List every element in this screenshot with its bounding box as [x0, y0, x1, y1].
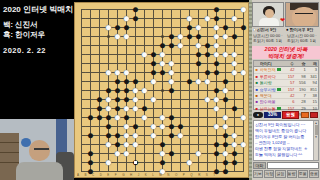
board-intersection[interactable]	[185, 50, 194, 59]
board-intersection[interactable]: ●	[212, 5, 221, 14]
board-intersection[interactable]	[149, 149, 158, 158]
board-intersection[interactable]: ●	[104, 95, 113, 104]
board-intersection[interactable]	[149, 104, 158, 113]
board-intersection[interactable]: ●	[221, 122, 230, 131]
board-intersection[interactable]: ●	[194, 50, 203, 59]
board-intersection[interactable]: ●	[230, 131, 239, 140]
board-intersection[interactable]	[176, 14, 185, 23]
cheer-button[interactable]: 응원	[282, 111, 299, 119]
board-intersection[interactable]	[149, 113, 158, 122]
board-intersection[interactable]	[239, 122, 248, 131]
board-intersection[interactable]: ●	[158, 113, 167, 122]
board-intersection[interactable]	[95, 131, 104, 140]
board-intersection[interactable]: ●	[104, 23, 113, 32]
board-intersection[interactable]	[239, 41, 248, 50]
board-intersection[interactable]	[194, 95, 203, 104]
board-intersection[interactable]: ●	[176, 122, 185, 131]
board-intersection[interactable]: ●	[167, 122, 176, 131]
board-intersection[interactable]	[113, 158, 122, 167]
board-intersection[interactable]	[131, 32, 140, 41]
board-intersection[interactable]: ●	[221, 158, 230, 167]
board-intersection[interactable]: ●	[158, 140, 167, 149]
board-intersection[interactable]: ●	[212, 14, 221, 23]
board-intersection[interactable]	[185, 104, 194, 113]
board-intersection[interactable]	[95, 41, 104, 50]
board-intersection[interactable]: ●	[131, 140, 140, 149]
board-intersection[interactable]	[113, 14, 122, 23]
board-intersection[interactable]: ●	[212, 104, 221, 113]
board-intersection[interactable]	[185, 122, 194, 131]
board-intersection[interactable]	[77, 5, 86, 14]
board-intersection[interactable]	[158, 32, 167, 41]
board-intersection[interactable]: ●	[230, 149, 239, 158]
board-intersection[interactable]	[95, 14, 104, 23]
board-intersection[interactable]	[104, 14, 113, 23]
board-intersection[interactable]	[77, 68, 86, 77]
board-intersection[interactable]	[194, 113, 203, 122]
board-intersection[interactable]: ●	[221, 86, 230, 95]
board-intersection[interactable]	[239, 32, 248, 41]
board-intersection[interactable]: ●	[194, 77, 203, 86]
board-intersection[interactable]	[131, 113, 140, 122]
board-intersection[interactable]	[167, 158, 176, 167]
board-intersection[interactable]	[104, 149, 113, 158]
board-intersection[interactable]	[140, 149, 149, 158]
board-intersection[interactable]: ●	[221, 95, 230, 104]
board-intersection[interactable]: ●	[185, 23, 194, 32]
board-intersection[interactable]: ●	[149, 95, 158, 104]
board-intersection[interactable]: ●	[131, 5, 140, 14]
board-intersection[interactable]: ●	[203, 68, 212, 77]
board-intersection[interactable]	[131, 68, 140, 77]
toolbar-button-저장[interactable]: 저장	[264, 170, 274, 178]
board-intersection[interactable]	[185, 59, 194, 68]
board-intersection[interactable]	[104, 5, 113, 14]
board-intersection[interactable]: ●	[221, 77, 230, 86]
board-intersection[interactable]	[149, 32, 158, 41]
board-intersection[interactable]	[86, 50, 95, 59]
board-intersection[interactable]: ●	[194, 41, 203, 50]
board-intersection[interactable]: ●	[212, 149, 221, 158]
board-intersection[interactable]	[149, 140, 158, 149]
board-intersection[interactable]	[131, 41, 140, 50]
board-intersection[interactable]: ●	[149, 59, 158, 68]
board-intersection[interactable]	[86, 95, 95, 104]
board-intersection[interactable]	[140, 5, 149, 14]
board-intersection[interactable]: ●	[203, 50, 212, 59]
board-intersection[interactable]: ●	[212, 50, 221, 59]
toolbar-button-기보[interactable]: 기보	[253, 170, 263, 178]
board-intersection[interactable]	[140, 41, 149, 50]
board-intersection[interactable]	[158, 104, 167, 113]
board-intersection[interactable]: ●	[122, 113, 131, 122]
board-intersection[interactable]: ●	[230, 32, 239, 41]
board-intersection[interactable]: ●	[167, 131, 176, 140]
board-intersection[interactable]	[230, 41, 239, 50]
board-intersection[interactable]: ●	[230, 14, 239, 23]
board-intersection[interactable]: ●	[113, 140, 122, 149]
board-intersection[interactable]: ●	[122, 14, 131, 23]
board-intersection[interactable]: ●	[86, 149, 95, 158]
board-intersection[interactable]	[212, 158, 221, 167]
board-intersection[interactable]: ●	[176, 41, 185, 50]
chat-input[interactable]	[267, 162, 319, 169]
board-intersection[interactable]	[194, 122, 203, 131]
board-intersection[interactable]: ●	[221, 113, 230, 122]
board-intersection[interactable]	[203, 5, 212, 14]
board-intersection[interactable]: ●	[230, 104, 239, 113]
board-intersection[interactable]: ●	[131, 95, 140, 104]
board-intersection[interactable]	[239, 131, 248, 140]
board-intersection[interactable]	[140, 140, 149, 149]
board-intersection[interactable]: ●	[239, 5, 248, 14]
board-intersection[interactable]	[185, 140, 194, 149]
mini-button-red[interactable]	[310, 112, 318, 118]
board-intersection[interactable]	[77, 23, 86, 32]
board-intersection[interactable]	[185, 131, 194, 140]
board-intersection[interactable]	[95, 122, 104, 131]
board-intersection[interactable]: ●	[239, 140, 248, 149]
board-intersection[interactable]	[77, 50, 86, 59]
board-intersection[interactable]	[77, 59, 86, 68]
board-intersection[interactable]: ●	[122, 86, 131, 95]
board-intersection[interactable]	[212, 113, 221, 122]
board-intersection[interactable]	[239, 86, 248, 95]
board-intersection[interactable]	[77, 113, 86, 122]
board-intersection[interactable]	[194, 104, 203, 113]
board-intersection[interactable]	[194, 158, 203, 167]
board-intersection[interactable]	[77, 158, 86, 167]
board-intersection[interactable]	[158, 131, 167, 140]
board-intersection[interactable]: ●	[113, 77, 122, 86]
board-intersection[interactable]: ●	[104, 86, 113, 95]
board-intersection[interactable]: ●	[104, 113, 113, 122]
toolbar-button-도움[interactable]: 도움	[298, 170, 308, 178]
board-intersection[interactable]	[167, 95, 176, 104]
board-intersection[interactable]	[239, 149, 248, 158]
board-intersection[interactable]	[104, 59, 113, 68]
board-intersection[interactable]: ●	[185, 14, 194, 23]
toolbar-button-종료[interactable]: 종료	[309, 170, 319, 178]
board-intersection[interactable]: ●	[221, 140, 230, 149]
board-intersection[interactable]	[104, 41, 113, 50]
board-intersection[interactable]	[203, 86, 212, 95]
board-intersection[interactable]: ●	[230, 59, 239, 68]
board-intersection[interactable]: ●	[167, 41, 176, 50]
board-intersection[interactable]	[212, 77, 221, 86]
board-intersection[interactable]	[203, 113, 212, 122]
board-intersection[interactable]	[104, 32, 113, 41]
board-intersection[interactable]	[194, 14, 203, 23]
board-intersection[interactable]	[221, 104, 230, 113]
board-intersection[interactable]	[167, 50, 176, 59]
board-intersection[interactable]	[176, 77, 185, 86]
board-intersection[interactable]	[122, 5, 131, 14]
board-intersection[interactable]: ●	[86, 131, 95, 140]
board-intersection[interactable]: ●	[212, 140, 221, 149]
board-intersection[interactable]: ●	[122, 68, 131, 77]
board-intersection[interactable]	[86, 32, 95, 41]
board-intersection[interactable]	[95, 149, 104, 158]
board-intersection[interactable]: ●	[230, 50, 239, 59]
board-intersection[interactable]	[104, 77, 113, 86]
board-intersection[interactable]	[86, 14, 95, 23]
board-intersection[interactable]: ●	[140, 104, 149, 113]
board-intersection[interactable]	[203, 104, 212, 113]
board-intersection[interactable]: ●	[212, 86, 221, 95]
board-intersection[interactable]	[185, 41, 194, 50]
board-intersection[interactable]	[131, 23, 140, 32]
board-intersection[interactable]	[230, 23, 239, 32]
board-intersection[interactable]: ●	[104, 122, 113, 131]
board-intersection[interactable]: ●	[239, 113, 248, 122]
board-intersection[interactable]: ●	[230, 140, 239, 149]
board-intersection[interactable]: ●	[86, 113, 95, 122]
board-intersection[interactable]	[122, 59, 131, 68]
board-intersection[interactable]: ●	[230, 158, 239, 167]
board-intersection[interactable]: ●	[221, 23, 230, 32]
board-intersection[interactable]	[140, 59, 149, 68]
board-intersection[interactable]: ●	[104, 68, 113, 77]
board-intersection[interactable]	[86, 23, 95, 32]
board-intersection[interactable]: ●	[167, 77, 176, 86]
board-intersection[interactable]	[176, 5, 185, 14]
board-intersection[interactable]	[113, 5, 122, 14]
board-intersection[interactable]	[185, 5, 194, 14]
board-intersection[interactable]: ●	[122, 104, 131, 113]
board-intersection[interactable]	[86, 59, 95, 68]
board-intersection[interactable]	[77, 122, 86, 131]
board-intersection[interactable]	[86, 104, 95, 113]
board-intersection[interactable]	[149, 41, 158, 50]
board-intersection[interactable]: ●	[131, 158, 140, 167]
board-intersection[interactable]	[203, 131, 212, 140]
board-intersection[interactable]: ●	[113, 113, 122, 122]
board-intersection[interactable]	[77, 32, 86, 41]
board-intersection[interactable]: ●	[239, 23, 248, 32]
board-intersection[interactable]	[95, 50, 104, 59]
board-intersection[interactable]: ●	[185, 158, 194, 167]
board-intersection[interactable]: ●	[131, 86, 140, 95]
board-intersection[interactable]	[77, 95, 86, 104]
board-intersection[interactable]: ●	[131, 14, 140, 23]
board-intersection[interactable]	[122, 158, 131, 167]
board-intersection[interactable]	[95, 86, 104, 95]
board-intersection[interactable]: ●	[158, 59, 167, 68]
board-intersection[interactable]: ●	[104, 158, 113, 167]
scroll-down-arrow[interactable]: ▼	[314, 135, 318, 139]
board-intersection[interactable]: ●	[212, 23, 221, 32]
board-intersection[interactable]	[230, 113, 239, 122]
board-intersection[interactable]	[149, 158, 158, 167]
board-intersection[interactable]	[140, 32, 149, 41]
board-intersection[interactable]	[194, 5, 203, 14]
board-intersection[interactable]	[176, 50, 185, 59]
board-intersection[interactable]	[131, 50, 140, 59]
board-intersection[interactable]: ●	[221, 32, 230, 41]
board-intersection[interactable]: ●	[239, 68, 248, 77]
chat-scrollbar[interactable]: ▲ ▼	[313, 121, 318, 160]
board-intersection[interactable]: ●	[185, 32, 194, 41]
board-intersection[interactable]	[95, 158, 104, 167]
board-intersection[interactable]	[113, 41, 122, 50]
board-intersection[interactable]	[221, 14, 230, 23]
board-intersection[interactable]: ●	[122, 77, 131, 86]
board-intersection[interactable]	[140, 122, 149, 131]
event-banner[interactable]: 2020 인터넷 바둑 빅매치 생중계!	[252, 46, 320, 59]
board-intersection[interactable]: ●	[212, 68, 221, 77]
board-intersection[interactable]	[230, 95, 239, 104]
board-intersection[interactable]	[203, 149, 212, 158]
board-intersection[interactable]: ●	[149, 50, 158, 59]
board-intersection[interactable]: ●	[122, 32, 131, 41]
board-intersection[interactable]	[239, 77, 248, 86]
board-intersection[interactable]	[239, 14, 248, 23]
board-intersection[interactable]: ●	[113, 149, 122, 158]
board-intersection[interactable]: ●	[113, 23, 122, 32]
board-intersection[interactable]: ●	[203, 77, 212, 86]
board-intersection[interactable]	[113, 50, 122, 59]
board-intersection[interactable]: ●	[122, 140, 131, 149]
board-intersection[interactable]	[140, 131, 149, 140]
board-intersection[interactable]	[194, 131, 203, 140]
board-intersection[interactable]	[185, 86, 194, 95]
board-intersection[interactable]	[203, 140, 212, 149]
board-intersection[interactable]	[140, 77, 149, 86]
board-intersection[interactable]	[113, 122, 122, 131]
board-intersection[interactable]	[77, 104, 86, 113]
board-intersection[interactable]	[167, 104, 176, 113]
board-intersection[interactable]	[149, 14, 158, 23]
board-intersection[interactable]	[77, 41, 86, 50]
board-intersection[interactable]: ●	[131, 77, 140, 86]
board-intersection[interactable]	[86, 140, 95, 149]
board-intersection[interactable]	[77, 77, 86, 86]
board-intersection[interactable]: ●	[95, 113, 104, 122]
board-intersection[interactable]	[176, 86, 185, 95]
board-intersection[interactable]: ●	[194, 23, 203, 32]
board-intersection[interactable]: ●	[149, 131, 158, 140]
board-intersection[interactable]	[140, 14, 149, 23]
board-intersection[interactable]	[122, 50, 131, 59]
board-intersection[interactable]: ●	[167, 113, 176, 122]
board-intersection[interactable]: ●	[104, 140, 113, 149]
board-intersection[interactable]	[194, 68, 203, 77]
board-intersection[interactable]	[86, 122, 95, 131]
board-intersection[interactable]: ●	[212, 41, 221, 50]
board-intersection[interactable]: ●	[122, 131, 131, 140]
scroll-up-arrow[interactable]: ▲	[314, 121, 318, 125]
board-intersection[interactable]: ●	[158, 68, 167, 77]
board-intersection[interactable]	[95, 140, 104, 149]
board-intersection[interactable]: ●	[113, 86, 122, 95]
board-intersection[interactable]	[77, 140, 86, 149]
board-intersection[interactable]: ●	[122, 122, 131, 131]
board-intersection[interactable]	[185, 95, 194, 104]
board-intersection[interactable]: ●	[158, 158, 167, 167]
board-intersection[interactable]: ●	[86, 158, 95, 167]
board-intersection[interactable]	[239, 59, 248, 68]
board-intersection[interactable]	[176, 59, 185, 68]
board-intersection[interactable]	[77, 14, 86, 23]
board-intersection[interactable]	[194, 86, 203, 95]
board-intersection[interactable]: ●	[149, 77, 158, 86]
board-intersection[interactable]	[158, 14, 167, 23]
board-intersection[interactable]: ●	[149, 122, 158, 131]
board-intersection[interactable]	[185, 149, 194, 158]
board-intersection[interactable]	[167, 5, 176, 14]
board-intersection[interactable]	[239, 95, 248, 104]
board-intersection[interactable]: ●	[230, 68, 239, 77]
board-intersection[interactable]	[176, 158, 185, 167]
board-intersection[interactable]: ●	[113, 131, 122, 140]
board-intersection[interactable]	[86, 77, 95, 86]
board-intersection[interactable]	[95, 32, 104, 41]
board-intersection[interactable]	[113, 59, 122, 68]
board-intersection[interactable]	[230, 86, 239, 95]
board-intersection[interactable]	[167, 23, 176, 32]
board-intersection[interactable]: ●	[104, 104, 113, 113]
board-intersection[interactable]: ●	[176, 131, 185, 140]
board-intersection[interactable]: ●	[113, 32, 122, 41]
board-intersection[interactable]	[221, 68, 230, 77]
chat-area[interactable]: 신진서 9단 화이팅입니다 ~~백이 두텁네요 중앙이 큽니다한이저우 8단도 …	[253, 120, 319, 161]
board-intersection[interactable]	[158, 86, 167, 95]
board-intersection[interactable]: ●	[167, 86, 176, 95]
board-intersection[interactable]: ●	[203, 41, 212, 50]
board-intersection[interactable]	[221, 59, 230, 68]
board-intersection[interactable]: ●	[122, 95, 131, 104]
board-intersection[interactable]	[230, 122, 239, 131]
board-intersection[interactable]: ●	[113, 104, 122, 113]
board-intersection[interactable]: ●	[131, 104, 140, 113]
board-intersection[interactable]	[104, 50, 113, 59]
board-intersection[interactable]: ●	[194, 149, 203, 158]
board-intersection[interactable]	[176, 95, 185, 104]
board-intersection[interactable]	[95, 68, 104, 77]
board-intersection[interactable]: ●	[131, 131, 140, 140]
board-intersection[interactable]	[95, 59, 104, 68]
board-intersection[interactable]	[176, 23, 185, 32]
board-intersection[interactable]: ●	[167, 68, 176, 77]
board-intersection[interactable]	[86, 41, 95, 50]
board-intersection[interactable]: ●	[203, 14, 212, 23]
board-intersection[interactable]	[239, 158, 248, 167]
board-intersection[interactable]: ●	[158, 41, 167, 50]
board-intersection[interactable]: ●	[203, 95, 212, 104]
board-intersection[interactable]	[77, 86, 86, 95]
board-intersection[interactable]	[230, 77, 239, 86]
board-intersection[interactable]	[131, 59, 140, 68]
board-intersection[interactable]	[158, 77, 167, 86]
board-intersection[interactable]: ●	[167, 149, 176, 158]
board-intersection[interactable]	[95, 5, 104, 14]
board-intersection[interactable]: ●	[140, 113, 149, 122]
board-intersection[interactable]	[140, 23, 149, 32]
board-intersection[interactable]: ●	[167, 32, 176, 41]
board-intersection[interactable]	[77, 149, 86, 158]
board-intersection[interactable]: ●	[212, 122, 221, 131]
board-intersection[interactable]: ●	[212, 32, 221, 41]
board-intersection[interactable]	[176, 113, 185, 122]
board-intersection[interactable]	[221, 5, 230, 14]
board-intersection[interactable]: ●	[194, 59, 203, 68]
board-intersection[interactable]	[185, 68, 194, 77]
board-intersection[interactable]: ●	[122, 149, 131, 158]
board-intersection[interactable]: ●	[122, 23, 131, 32]
board-intersection[interactable]: ●	[158, 122, 167, 131]
board-intersection[interactable]: ●	[158, 50, 167, 59]
